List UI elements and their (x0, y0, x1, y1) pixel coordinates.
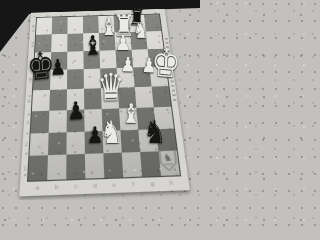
square-d1[interactable] (85, 154, 104, 179)
piece-white-pawn-f6[interactable]: ♟ (115, 33, 130, 54)
piece-black-king-a5[interactable]: ♚ (26, 46, 57, 87)
square-a4[interactable] (32, 90, 50, 111)
file-label-a: a (27, 182, 47, 192)
file-label-f: f (123, 179, 143, 189)
square-c5[interactable] (67, 69, 84, 89)
file-label-g: g (142, 178, 162, 188)
piece-black-pawn-d2[interactable]: ♟ (86, 124, 103, 147)
svg-text:♞: ♞ (163, 152, 173, 164)
square-a8[interactable] (36, 17, 52, 34)
piece-white-king-h5[interactable]: ♚ (150, 42, 182, 84)
square-b3[interactable] (49, 110, 67, 132)
piece-black-bishop-d6[interactable]: ♝ (83, 32, 104, 60)
rank-label-8: 8 (30, 18, 37, 35)
square-c8[interactable] (67, 16, 83, 33)
square-b2[interactable] (48, 132, 67, 156)
square-a1[interactable] (28, 155, 48, 180)
file-label-d: d (85, 180, 104, 190)
square-c1[interactable] (66, 154, 85, 179)
square-c7[interactable] (67, 33, 83, 51)
brand-logo-shield: ♞ (157, 149, 179, 173)
rank-label-4: 4 (25, 90, 33, 111)
piece-white-knight-e2[interactable]: ♞ (101, 117, 124, 148)
piece-black-knight-g2[interactable]: ♞ (143, 116, 167, 148)
rank-label-1: 1 (20, 156, 29, 181)
square-b1[interactable] (47, 155, 66, 180)
square-c6[interactable] (67, 51, 84, 70)
file-label-c: c (66, 181, 85, 191)
rank-label-3: 3 (23, 111, 32, 133)
file-label-b: b (47, 182, 66, 192)
square-f1[interactable] (122, 152, 142, 177)
rank-label-2: 2 (22, 133, 31, 156)
square-a2[interactable] (29, 132, 48, 156)
square-a3[interactable] (31, 111, 50, 133)
square-c2[interactable] (66, 131, 84, 155)
file-label-e: e (104, 180, 124, 190)
shield-knight-icon: ♞ (157, 149, 179, 173)
photo-background: { "game": "chess", "scene": { "descripti… (0, 0, 200, 200)
square-h4[interactable] (152, 86, 171, 107)
square-b4[interactable] (49, 89, 67, 110)
square-b8[interactable] (52, 17, 68, 34)
square-e1[interactable] (103, 153, 123, 178)
file-label-h: h (161, 178, 181, 188)
piece-white-bishop-f3[interactable]: ♝ (121, 100, 141, 127)
piece-black-pawn-c3[interactable]: ♟ (66, 98, 85, 124)
piece-white-knight-g7[interactable]: ♞ (133, 20, 150, 43)
